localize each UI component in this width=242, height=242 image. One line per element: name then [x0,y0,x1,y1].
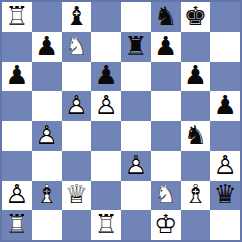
square-c3[interactable] [62,151,92,181]
piece-white-bishop: ♝♗ [181,181,211,211]
square-b2[interactable]: ♝♗ [32,181,62,211]
black-pawn-glyph: ♟ [210,92,240,118]
piece-black-king: ♚ [181,2,211,32]
black-king-glyph: ♚ [181,3,211,29]
piece-white-pawn: ♟♙ [210,151,240,181]
square-g7[interactable] [181,32,211,62]
square-e3[interactable]: ♟♙ [121,151,151,181]
white-king-outline-glyph: ♔ [151,211,181,237]
square-b8[interactable] [32,2,62,32]
black-rook-glyph: ♜ [121,33,151,59]
black-pawn-glyph: ♟ [181,62,211,88]
piece-black-pawn: ♟ [151,32,181,62]
black-bishop-glyph: ♝ [62,3,92,29]
piece-white-pawn: ♟♙ [62,91,92,121]
white-rook-outline-glyph: ♖ [91,211,121,237]
square-g6[interactable]: ♟ [181,62,211,92]
black-pawn-glyph: ♟ [91,62,121,88]
white-pawn-outline-glyph: ♙ [121,152,151,178]
square-h6[interactable] [210,62,240,92]
square-d5[interactable]: ♟♙ [91,91,121,121]
white-pawn-outline-glyph: ♙ [91,92,121,118]
square-f8[interactable]: ♞ [151,2,181,32]
square-h8[interactable] [210,2,240,32]
square-a5[interactable] [2,91,32,121]
square-h7[interactable] [210,32,240,62]
square-a8[interactable]: ♜♖ [2,2,32,32]
square-a6[interactable]: ♟ [2,62,32,92]
square-f1[interactable]: ♚♔ [151,210,181,240]
square-a1[interactable]: ♜♖ [2,210,32,240]
square-a7[interactable] [2,32,32,62]
piece-black-pawn: ♟ [91,62,121,92]
white-bishop-outline-glyph: ♗ [32,181,62,207]
piece-white-pawn: ♟♙ [91,91,121,121]
black-pawn-glyph: ♟ [32,33,62,59]
piece-black-knight: ♞ [151,2,181,32]
square-d2[interactable] [91,181,121,211]
square-f7[interactable]: ♟ [151,32,181,62]
square-b6[interactable] [32,62,62,92]
white-pawn-outline-glyph: ♙ [2,181,32,207]
square-d8[interactable] [91,2,121,32]
square-a4[interactable] [2,121,32,151]
piece-black-queen: ♛ [210,181,240,211]
chess-board: ♜♖♝♞♚♟♞♘♜♟♟♟♟♟♙♟♙♟♟♙♞♟♙♟♙♟♙♝♗♛♕♞♘♝♗♛♜♖♜♖… [0,0,242,242]
piece-black-pawn: ♟ [210,91,240,121]
piece-black-knight: ♞ [181,121,211,151]
square-e6[interactable] [121,62,151,92]
square-h2[interactable]: ♛ [210,181,240,211]
square-e1[interactable] [121,210,151,240]
piece-black-pawn: ♟ [32,32,62,62]
piece-white-pawn: ♟♙ [121,151,151,181]
square-f4[interactable] [151,121,181,151]
square-a3[interactable] [2,151,32,181]
square-f3[interactable] [151,151,181,181]
square-e2[interactable] [121,181,151,211]
square-d1[interactable]: ♜♖ [91,210,121,240]
square-f6[interactable] [151,62,181,92]
square-h1[interactable] [210,210,240,240]
square-h3[interactable]: ♟♙ [210,151,240,181]
square-e7[interactable]: ♜ [121,32,151,62]
square-g1[interactable] [181,210,211,240]
square-a2[interactable]: ♟♙ [2,181,32,211]
black-knight-glyph: ♞ [181,122,211,148]
white-rook-outline-glyph: ♖ [2,3,32,29]
square-b1[interactable] [32,210,62,240]
piece-white-bishop: ♝♗ [32,181,62,211]
piece-white-rook: ♜♖ [2,210,32,240]
square-b3[interactable] [32,151,62,181]
square-c1[interactable] [62,210,92,240]
square-g8[interactable]: ♚ [181,2,211,32]
piece-white-rook: ♜♖ [2,2,32,32]
piece-white-queen: ♛♕ [62,181,92,211]
piece-white-pawn: ♟♙ [2,181,32,211]
piece-black-pawn: ♟ [2,62,32,92]
square-g3[interactable] [181,151,211,181]
square-b4[interactable]: ♟♙ [32,121,62,151]
square-e5[interactable] [121,91,151,121]
square-d4[interactable] [91,121,121,151]
square-c4[interactable] [62,121,92,151]
piece-white-knight: ♞♘ [62,32,92,62]
black-queen-glyph: ♛ [210,181,240,207]
white-pawn-outline-glyph: ♙ [32,122,62,148]
square-d3[interactable] [91,151,121,181]
square-c6[interactable] [62,62,92,92]
square-b7[interactable]: ♟ [32,32,62,62]
piece-white-king: ♚♔ [151,210,181,240]
square-c8[interactable]: ♝ [62,2,92,32]
white-pawn-outline-glyph: ♙ [62,92,92,118]
square-g5[interactable] [181,91,211,121]
white-queen-outline-glyph: ♕ [62,181,92,207]
square-c7[interactable]: ♞♘ [62,32,92,62]
piece-black-rook: ♜ [121,32,151,62]
square-h5[interactable]: ♟ [210,91,240,121]
square-d7[interactable] [91,32,121,62]
white-rook-outline-glyph: ♖ [2,211,32,237]
piece-black-bishop: ♝ [62,2,92,32]
piece-white-rook: ♜♖ [91,210,121,240]
square-f2[interactable]: ♞♘ [151,181,181,211]
square-b5[interactable] [32,91,62,121]
square-g4[interactable]: ♞ [181,121,211,151]
white-pawn-outline-glyph: ♙ [210,152,240,178]
white-bishop-outline-glyph: ♗ [181,181,211,207]
square-c2[interactable]: ♛♕ [62,181,92,211]
square-d6[interactable]: ♟ [91,62,121,92]
square-e8[interactable] [121,2,151,32]
piece-white-knight: ♞♘ [151,181,181,211]
square-f5[interactable] [151,91,181,121]
piece-white-pawn: ♟♙ [32,121,62,151]
black-pawn-glyph: ♟ [2,62,32,88]
square-e4[interactable] [121,121,151,151]
square-c5[interactable]: ♟♙ [62,91,92,121]
square-g2[interactable]: ♝♗ [181,181,211,211]
white-knight-outline-glyph: ♘ [151,181,181,207]
black-pawn-glyph: ♟ [151,33,181,59]
piece-black-pawn: ♟ [181,62,211,92]
white-knight-outline-glyph: ♘ [62,33,92,59]
square-h4[interactable] [210,121,240,151]
black-knight-glyph: ♞ [151,3,181,29]
